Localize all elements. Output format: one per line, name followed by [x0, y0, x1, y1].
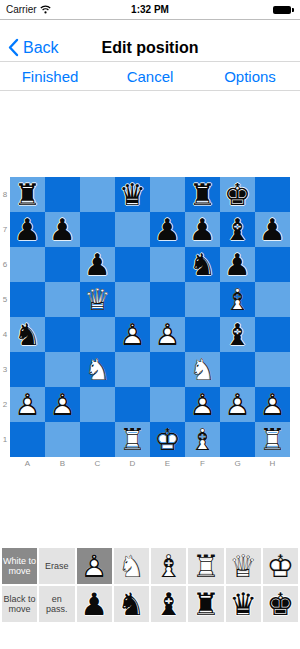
square-c1[interactable] — [80, 422, 115, 457]
square-d7[interactable] — [115, 212, 150, 247]
black-knight: ♞ — [185, 247, 220, 282]
white-king: ♚ — [150, 422, 185, 457]
piece-palette: White to moveErase♟♙♞♘♝♗♜♖♛♕♚♔ Black to … — [0, 548, 300, 622]
black-pawn: ♟ — [185, 212, 220, 247]
square-f8[interactable]: ♜ — [185, 177, 220, 212]
white-bishop-outline: ♗ — [151, 548, 186, 584]
chess-board: ♜♛♜♚♟♟♟♟♝♟♟♞♟♛♕♝♗♞♟♙♟♙♝♞♘♞♘♟♙♟♙♟♙♟♙♟♙♜♖♚… — [10, 177, 290, 457]
palette-piece-glyph: ♜ — [188, 586, 223, 622]
white-pawn: ♟ — [45, 387, 80, 422]
white-rook: ♜ — [188, 548, 223, 584]
palette-black-knight[interactable]: ♞ — [114, 586, 149, 622]
square-g8[interactable]: ♚ — [220, 177, 255, 212]
square-e4[interactable]: ♟♙ — [150, 317, 185, 352]
square-b3[interactable] — [45, 352, 80, 387]
white-queen-outline: ♕ — [80, 282, 115, 317]
white-pawn-outline: ♙ — [150, 317, 185, 352]
white-knight-outline: ♘ — [114, 548, 149, 584]
palette-black-rook[interactable]: ♜ — [188, 586, 223, 622]
square-g2[interactable]: ♟♙ — [220, 387, 255, 422]
white-bishop: ♝ — [220, 282, 255, 317]
rank-label-3: 3 — [0, 352, 10, 387]
palette-piece-glyph: ♚ — [263, 586, 298, 622]
square-a5[interactable] — [10, 282, 45, 317]
square-e3[interactable] — [150, 352, 185, 387]
square-a4[interactable]: ♞ — [10, 317, 45, 352]
palette-erase[interactable]: Erase — [39, 548, 74, 584]
palette-black-queen[interactable]: ♛ — [226, 586, 261, 622]
options-button[interactable]: Options — [200, 68, 300, 85]
square-h2[interactable]: ♟♙ — [255, 387, 290, 422]
edit-toolbar: Finished Cancel Options — [0, 62, 300, 91]
white-rook-outline: ♖ — [115, 422, 150, 457]
white-pawn-outline: ♙ — [220, 387, 255, 422]
black-pawn: ♟ — [45, 212, 80, 247]
black-bishop: ♝ — [151, 586, 186, 622]
spacer — [0, 91, 300, 177]
white-knight: ♞ — [114, 548, 149, 584]
white-rook-outline: ♖ — [188, 548, 223, 584]
palette-cell-label: en pass. — [39, 594, 74, 615]
file-label-e: E — [150, 457, 185, 471]
square-b6[interactable] — [45, 247, 80, 282]
square-d1[interactable]: ♜♖ — [115, 422, 150, 457]
white-pawn: ♟ — [255, 387, 290, 422]
square-c8[interactable] — [80, 177, 115, 212]
file-label-h: H — [255, 457, 290, 471]
square-d6[interactable] — [115, 247, 150, 282]
palette-row-black: Black to moveen pass.♟♞♝♜♛♚ — [2, 586, 298, 622]
chevron-left-icon — [8, 38, 19, 57]
palette-white-rook[interactable]: ♜♖ — [188, 548, 223, 584]
white-knight: ♞ — [185, 352, 220, 387]
white-queen: ♛ — [80, 282, 115, 317]
square-h1[interactable]: ♜♖ — [255, 422, 290, 457]
square-h7[interactable]: ♟ — [255, 212, 290, 247]
square-d5[interactable] — [115, 282, 150, 317]
black-bishop: ♝ — [220, 317, 255, 352]
square-d8[interactable]: ♛ — [115, 177, 150, 212]
square-b2[interactable]: ♟♙ — [45, 387, 80, 422]
cancel-button[interactable]: Cancel — [100, 68, 200, 85]
black-queen: ♛ — [226, 586, 261, 622]
black-knight: ♞ — [114, 586, 149, 622]
black-pawn: ♟ — [80, 247, 115, 282]
white-knight: ♞ — [80, 352, 115, 387]
black-king: ♚ — [263, 586, 298, 622]
file-label-b: B — [45, 457, 80, 471]
square-c6[interactable]: ♟ — [80, 247, 115, 282]
square-d4[interactable]: ♟♙ — [115, 317, 150, 352]
square-c4[interactable] — [80, 317, 115, 352]
palette-piece-glyph: ♞♘ — [114, 548, 149, 584]
square-g3[interactable] — [220, 352, 255, 387]
white-knight-outline: ♘ — [80, 352, 115, 387]
palette-black-bishop[interactable]: ♝ — [151, 586, 186, 622]
square-e6[interactable] — [150, 247, 185, 282]
square-a1[interactable] — [10, 422, 45, 457]
square-c7[interactable] — [80, 212, 115, 247]
square-f6[interactable]: ♞ — [185, 247, 220, 282]
black-bishop: ♝ — [220, 212, 255, 247]
rank-labels: 87654321 — [0, 177, 10, 457]
palette-row-white: White to moveErase♟♙♞♘♝♗♜♖♛♕♚♔ — [2, 548, 298, 584]
battery-body — [273, 6, 291, 14]
black-pawn: ♟ — [150, 212, 185, 247]
square-f4[interactable] — [185, 317, 220, 352]
black-pawn: ♟ — [220, 247, 255, 282]
black-pawn: ♟ — [10, 212, 45, 247]
square-h6[interactable] — [255, 247, 290, 282]
palette-white-knight[interactable]: ♞♘ — [114, 548, 149, 584]
white-queen: ♛ — [226, 548, 261, 584]
white-pawn: ♟ — [150, 317, 185, 352]
black-knight: ♞ — [10, 317, 45, 352]
square-e7[interactable]: ♟ — [150, 212, 185, 247]
black-rook: ♜ — [188, 586, 223, 622]
carrier-label: Carrier — [6, 4, 37, 15]
palette-white-king[interactable]: ♚♔ — [263, 548, 298, 584]
white-queen-outline: ♕ — [226, 548, 261, 584]
white-pawn: ♟ — [10, 387, 45, 422]
white-pawn-outline: ♙ — [10, 387, 45, 422]
square-a6[interactable] — [10, 247, 45, 282]
white-king-outline: ♔ — [263, 548, 298, 584]
square-f3[interactable]: ♞♘ — [185, 352, 220, 387]
palette-en-pass[interactable]: en pass. — [39, 586, 74, 622]
square-g5[interactable]: ♝♗ — [220, 282, 255, 317]
rank-label-4: 4 — [0, 317, 10, 352]
rank-label-1: 1 — [0, 422, 10, 457]
spacer — [0, 471, 300, 548]
white-pawn-outline: ♙ — [255, 387, 290, 422]
white-pawn: ♟ — [77, 548, 112, 584]
white-pawn: ♟ — [220, 387, 255, 422]
palette-piece-glyph: ♟♙ — [77, 548, 112, 584]
square-f5[interactable] — [185, 282, 220, 317]
palette-cell-label: Black to move — [2, 594, 37, 615]
palette-cell-label: Erase — [44, 561, 70, 571]
rank-label-2: 2 — [0, 387, 10, 422]
square-h3[interactable] — [255, 352, 290, 387]
square-h4[interactable] — [255, 317, 290, 352]
black-pawn: ♟ — [77, 586, 112, 622]
square-e5[interactable] — [150, 282, 185, 317]
file-label-g: G — [220, 457, 255, 471]
square-d3[interactable] — [115, 352, 150, 387]
palette-cell-label: White to move — [2, 556, 37, 577]
square-d2[interactable] — [115, 387, 150, 422]
status-left: Carrier — [6, 4, 51, 15]
white-pawn-outline: ♙ — [45, 387, 80, 422]
palette-black-to-move[interactable]: Black to move — [2, 586, 37, 622]
file-label-a: A — [10, 457, 45, 471]
nav-bar: Edit position Back — [0, 20, 300, 62]
rank-label-7: 7 — [0, 212, 10, 247]
square-f1[interactable]: ♝♗ — [185, 422, 220, 457]
square-e1[interactable]: ♚♔ — [150, 422, 185, 457]
palette-piece-glyph: ♜♖ — [188, 548, 223, 584]
white-rook: ♜ — [115, 422, 150, 457]
palette-white-to-move[interactable]: White to move — [2, 548, 37, 584]
white-king-outline: ♔ — [150, 422, 185, 457]
clock: 1:32 PM — [131, 4, 169, 15]
finished-button[interactable]: Finished — [0, 68, 100, 85]
status-bar: Carrier 1:32 PM — [0, 0, 300, 20]
palette-black-pawn[interactable]: ♟ — [77, 586, 112, 622]
rank-label-6: 6 — [0, 247, 10, 282]
palette-black-king[interactable]: ♚ — [263, 586, 298, 622]
square-f2[interactable]: ♟♙ — [185, 387, 220, 422]
square-a8[interactable]: ♜ — [10, 177, 45, 212]
rank-label-8: 8 — [0, 177, 10, 212]
square-f7[interactable]: ♟ — [185, 212, 220, 247]
square-c5[interactable]: ♛♕ — [80, 282, 115, 317]
palette-piece-glyph: ♚♔ — [263, 548, 298, 584]
battery-tip — [292, 8, 294, 12]
square-b5[interactable] — [45, 282, 80, 317]
square-h8[interactable] — [255, 177, 290, 212]
rank-label-5: 5 — [0, 282, 10, 317]
square-a3[interactable] — [10, 352, 45, 387]
square-e8[interactable] — [150, 177, 185, 212]
white-pawn: ♟ — [185, 387, 220, 422]
black-rook: ♜ — [185, 177, 220, 212]
white-knight-outline: ♘ — [185, 352, 220, 387]
white-bishop: ♝ — [185, 422, 220, 457]
square-b7[interactable]: ♟ — [45, 212, 80, 247]
file-label-c: C — [80, 457, 115, 471]
black-queen: ♛ — [115, 177, 150, 212]
palette-piece-glyph: ♛ — [226, 586, 261, 622]
app-screen: Carrier 1:32 PM Edit position Back Finis… — [0, 0, 300, 649]
square-g6[interactable]: ♟ — [220, 247, 255, 282]
palette-piece-glyph: ♞ — [114, 586, 149, 622]
square-a7[interactable]: ♟ — [10, 212, 45, 247]
file-label-f: F — [185, 457, 220, 471]
file-label-d: D — [115, 457, 150, 471]
back-label: Back — [23, 39, 59, 57]
palette-piece-glyph: ♛♕ — [226, 548, 261, 584]
back-button[interactable]: Back — [8, 38, 59, 57]
square-b4[interactable] — [45, 317, 80, 352]
square-b1[interactable] — [45, 422, 80, 457]
palette-white-bishop[interactable]: ♝♗ — [151, 548, 186, 584]
square-e2[interactable] — [150, 387, 185, 422]
palette-piece-glyph: ♟ — [77, 586, 112, 622]
square-g1[interactable] — [220, 422, 255, 457]
white-pawn: ♟ — [115, 317, 150, 352]
file-labels: ABCDEFGH — [10, 457, 290, 471]
white-pawn-outline: ♙ — [77, 548, 112, 584]
white-bishop: ♝ — [151, 548, 186, 584]
palette-piece-glyph: ♝♗ — [151, 548, 186, 584]
white-bishop-outline: ♗ — [185, 422, 220, 457]
wifi-icon — [40, 5, 51, 14]
white-king: ♚ — [263, 548, 298, 584]
square-a2[interactable]: ♟♙ — [10, 387, 45, 422]
square-g4[interactable]: ♝ — [220, 317, 255, 352]
palette-piece-glyph: ♝ — [151, 586, 186, 622]
white-pawn-outline: ♙ — [115, 317, 150, 352]
white-bishop-outline: ♗ — [220, 282, 255, 317]
black-king: ♚ — [220, 177, 255, 212]
square-g7[interactable]: ♝ — [220, 212, 255, 247]
board-area: 87654321 ♜♛♜♚♟♟♟♟♝♟♟♞♟♛♕♝♗♞♟♙♟♙♝♞♘♞♘♟♙♟♙… — [0, 177, 300, 457]
white-rook-outline: ♖ — [255, 422, 290, 457]
square-h5[interactable] — [255, 282, 290, 317]
palette-white-queen[interactable]: ♛♕ — [226, 548, 261, 584]
palette-white-pawn[interactable]: ♟♙ — [77, 548, 112, 584]
black-rook: ♜ — [10, 177, 45, 212]
square-b8[interactable] — [45, 177, 80, 212]
white-rook: ♜ — [255, 422, 290, 457]
battery-icon — [273, 6, 294, 14]
square-c2[interactable] — [80, 387, 115, 422]
square-c3[interactable]: ♞♘ — [80, 352, 115, 387]
white-pawn-outline: ♙ — [185, 387, 220, 422]
black-pawn: ♟ — [255, 212, 290, 247]
